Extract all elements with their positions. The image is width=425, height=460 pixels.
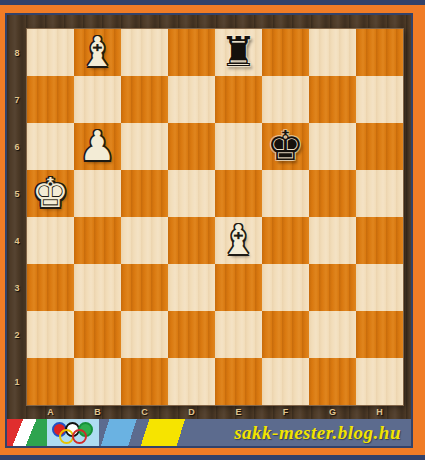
square-f1[interactable]: [262, 358, 309, 405]
rank-label-5: 5: [7, 170, 27, 217]
square-b1[interactable]: [74, 358, 121, 405]
square-a6[interactable]: [27, 123, 74, 170]
square-b8[interactable]: ♝: [74, 29, 121, 76]
rank-label-2: 2: [7, 311, 27, 358]
square-d5[interactable]: [168, 170, 215, 217]
rank-label-1: 1: [7, 358, 27, 405]
square-f2[interactable]: [262, 311, 309, 358]
square-a2[interactable]: [27, 311, 74, 358]
file-label-a: A: [27, 405, 74, 419]
square-a4[interactable]: [27, 217, 74, 264]
square-b4[interactable]: [74, 217, 121, 264]
square-f7[interactable]: [262, 76, 309, 123]
file-label-g: G: [309, 405, 356, 419]
square-f6[interactable]: ♚: [262, 123, 309, 170]
square-e1[interactable]: [215, 358, 262, 405]
bottom-navy-bar: [0, 455, 425, 460]
square-c6[interactable]: [121, 123, 168, 170]
banner-stripe-section: sakk-mester.blog.hu: [99, 419, 411, 446]
square-c5[interactable]: [121, 170, 168, 217]
square-c1[interactable]: [121, 358, 168, 405]
rank-label-6: 6: [7, 123, 27, 170]
square-h4[interactable]: [356, 217, 403, 264]
piece-white-pawn: ♟: [79, 126, 116, 167]
square-d2[interactable]: [168, 311, 215, 358]
wooden-board-frame: ♝♜♟♚♚♝ 87654321 ABCDEFGH: [7, 15, 411, 419]
square-h2[interactable]: [356, 311, 403, 358]
square-c7[interactable]: [121, 76, 168, 123]
board-panel: ♝♜♟♚♚♝ 87654321 ABCDEFGH sakk-mester.blo…: [5, 13, 413, 448]
square-h3[interactable]: [356, 264, 403, 311]
blog-url-text: sakk-mester.blog.hu: [234, 422, 401, 444]
square-a1[interactable]: [27, 358, 74, 405]
square-e4[interactable]: ♝: [215, 217, 262, 264]
piece-white-bishop: ♝: [79, 32, 116, 73]
piece-black-rook: ♜: [220, 32, 257, 73]
square-a3[interactable]: [27, 264, 74, 311]
square-g2[interactable]: [309, 311, 356, 358]
rank-label-3: 3: [7, 264, 27, 311]
square-h8[interactable]: [356, 29, 403, 76]
piece-white-bishop: ♝: [220, 220, 257, 261]
chess-board: ♝♜♟♚♚♝: [27, 29, 403, 405]
square-f5[interactable]: [262, 170, 309, 217]
square-e3[interactable]: [215, 264, 262, 311]
square-b6[interactable]: ♟: [74, 123, 121, 170]
ring-red: [72, 429, 87, 444]
square-d1[interactable]: [168, 358, 215, 405]
square-g1[interactable]: [309, 358, 356, 405]
square-d6[interactable]: [168, 123, 215, 170]
rank-label-8: 8: [7, 29, 27, 76]
square-g5[interactable]: [309, 170, 356, 217]
square-h6[interactable]: [356, 123, 403, 170]
square-e2[interactable]: [215, 311, 262, 358]
square-c2[interactable]: [121, 311, 168, 358]
square-d4[interactable]: [168, 217, 215, 264]
square-g4[interactable]: [309, 217, 356, 264]
olympic-rings-icon: [50, 419, 96, 446]
square-c3[interactable]: [121, 264, 168, 311]
square-b5[interactable]: [74, 170, 121, 217]
square-h1[interactable]: [356, 358, 403, 405]
square-h7[interactable]: [356, 76, 403, 123]
rank-label-4: 4: [7, 217, 27, 264]
chess-diagram-page: ♝♜♟♚♚♝ 87654321 ABCDEFGH sakk-mester.blo…: [0, 0, 425, 460]
square-d3[interactable]: [168, 264, 215, 311]
square-f3[interactable]: [262, 264, 309, 311]
square-d8[interactable]: [168, 29, 215, 76]
top-navy-bar: [0, 0, 425, 5]
file-label-d: D: [168, 405, 215, 419]
piece-black-king: ♚: [267, 126, 304, 167]
square-c8[interactable]: [121, 29, 168, 76]
square-c4[interactable]: [121, 217, 168, 264]
square-b3[interactable]: [74, 264, 121, 311]
piece-white-king: ♚: [32, 173, 69, 214]
square-f4[interactable]: [262, 217, 309, 264]
square-d7[interactable]: [168, 76, 215, 123]
file-label-f: F: [262, 405, 309, 419]
olympic-rings-logo: [47, 419, 99, 446]
hungarian-flag-icon: [7, 419, 47, 446]
file-label-h: H: [356, 405, 403, 419]
square-f8[interactable]: [262, 29, 309, 76]
file-label-e: E: [215, 405, 262, 419]
square-a5[interactable]: ♚: [27, 170, 74, 217]
square-g8[interactable]: [309, 29, 356, 76]
file-label-b: B: [74, 405, 121, 419]
file-label-c: C: [121, 405, 168, 419]
square-a8[interactable]: [27, 29, 74, 76]
square-b7[interactable]: [74, 76, 121, 123]
square-e8[interactable]: ♜: [215, 29, 262, 76]
square-e7[interactable]: [215, 76, 262, 123]
square-h5[interactable]: [356, 170, 403, 217]
square-g7[interactable]: [309, 76, 356, 123]
square-e5[interactable]: [215, 170, 262, 217]
square-g3[interactable]: [309, 264, 356, 311]
bottom-orange-strip: [0, 448, 425, 455]
square-g6[interactable]: [309, 123, 356, 170]
footer-banner: sakk-mester.blog.hu: [7, 419, 411, 446]
square-a7[interactable]: [27, 76, 74, 123]
square-b2[interactable]: [74, 311, 121, 358]
rank-label-7: 7: [7, 76, 27, 123]
square-e6[interactable]: [215, 123, 262, 170]
